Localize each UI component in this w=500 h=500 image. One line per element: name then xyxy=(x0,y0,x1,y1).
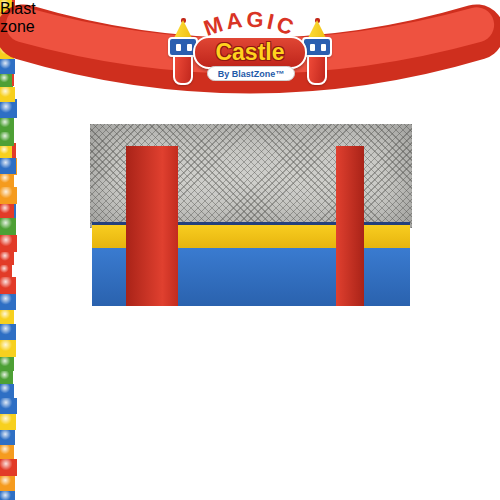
right-net-frame xyxy=(336,146,364,306)
ball xyxy=(0,174,14,188)
brand-logo: MAGIC Castle By BlastZone™ xyxy=(170,0,330,90)
blastzone-logo-blast: Blast xyxy=(0,0,36,18)
ball xyxy=(0,118,14,132)
turret-body xyxy=(307,55,327,85)
ball xyxy=(0,310,14,324)
ball xyxy=(0,324,16,340)
turret-body xyxy=(173,55,193,85)
ball xyxy=(0,252,14,266)
ball xyxy=(0,187,17,204)
ball xyxy=(0,357,14,371)
ball xyxy=(0,430,15,445)
ball xyxy=(0,235,17,252)
ball xyxy=(0,132,14,146)
ball xyxy=(0,146,12,158)
brand-castle-banner: Castle xyxy=(193,36,307,69)
ball xyxy=(0,277,16,293)
turret-window xyxy=(416,149,441,169)
blastzone-beam-logo: Blast zone xyxy=(0,0,36,36)
ground-shadow xyxy=(40,408,460,448)
ball xyxy=(0,158,16,174)
byline-text: By BlastZone™ xyxy=(218,69,285,79)
blastzone-logo-zone: zone xyxy=(0,18,36,36)
left-net-frame xyxy=(126,146,178,306)
ball xyxy=(0,459,17,476)
product-photo-stage: Blast zone xyxy=(0,0,500,500)
ball xyxy=(0,294,16,310)
castle-word: Castle xyxy=(215,39,284,66)
turret-spire xyxy=(394,54,452,116)
ball xyxy=(0,204,14,218)
ball xyxy=(0,398,17,415)
ball xyxy=(0,384,14,398)
ball xyxy=(0,340,16,356)
ball xyxy=(0,476,15,491)
ball xyxy=(0,445,14,459)
turret-window xyxy=(61,147,88,169)
front-net-center-seam xyxy=(244,166,258,306)
slide-shadow xyxy=(150,470,360,492)
ball xyxy=(0,265,12,277)
flag-icon xyxy=(368,0,414,28)
flag-icon xyxy=(126,2,170,28)
ball xyxy=(0,371,13,384)
flag-icon xyxy=(418,34,464,62)
brand-byline: By BlastZone™ xyxy=(207,66,295,81)
ball xyxy=(0,218,16,234)
ball xyxy=(0,414,16,430)
flag-icon xyxy=(44,36,88,62)
ball xyxy=(0,491,15,500)
